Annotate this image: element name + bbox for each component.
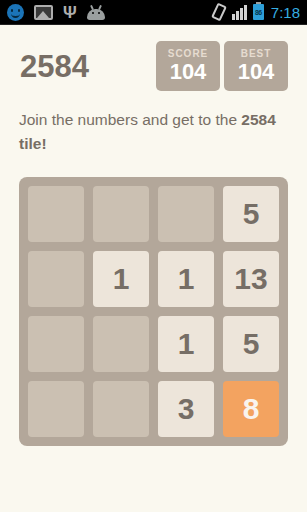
board-cell: 5	[223, 316, 279, 372]
android-icon	[87, 9, 105, 20]
board-cell: 13	[223, 251, 279, 307]
status-bar: Ψ 86 7:18	[0, 0, 307, 25]
page-title: 2584	[19, 51, 89, 82]
best-box: BEST 104	[224, 41, 288, 91]
board-cell	[93, 316, 149, 372]
battery-icon: 86	[253, 4, 264, 20]
gallery-icon	[34, 5, 53, 20]
app-header: 2584 SCORE 104 BEST 104	[19, 41, 288, 91]
status-clock: 7:18	[271, 4, 300, 21]
board-cell	[93, 381, 149, 437]
battery-percent: 86	[255, 9, 262, 16]
board-cell: 8	[223, 381, 279, 437]
app-content: 2584 SCORE 104 BEST 104 Join the numbers…	[0, 25, 307, 446]
goal-text: Join the numbers and get to the 2584 til…	[19, 108, 288, 156]
board-cell	[158, 186, 214, 242]
board-cell: 5	[223, 186, 279, 242]
goal-text-regular: Join the numbers and get to the	[19, 111, 241, 128]
best-value: 104	[238, 60, 275, 84]
board-cell: 1	[158, 251, 214, 307]
board-cell	[28, 251, 84, 307]
usb-icon: Ψ	[63, 4, 77, 21]
board-cell	[28, 186, 84, 242]
board-cell	[28, 381, 84, 437]
smiley-icon	[7, 4, 24, 21]
board-cell	[93, 186, 149, 242]
score-value: 104	[170, 60, 207, 84]
score-box: SCORE 104	[156, 41, 220, 91]
board-cell: 3	[158, 381, 214, 437]
board-cell	[28, 316, 84, 372]
vibrate-icon	[211, 3, 227, 22]
game-board[interactable]: 5 1 1 13 1 5 3 8	[19, 177, 288, 446]
board-cell: 1	[158, 316, 214, 372]
score-boxes: SCORE 104 BEST 104	[156, 41, 288, 91]
board-cell: 1	[93, 251, 149, 307]
signal-icon	[232, 4, 247, 20]
status-bar-right: 86 7:18	[214, 4, 300, 21]
